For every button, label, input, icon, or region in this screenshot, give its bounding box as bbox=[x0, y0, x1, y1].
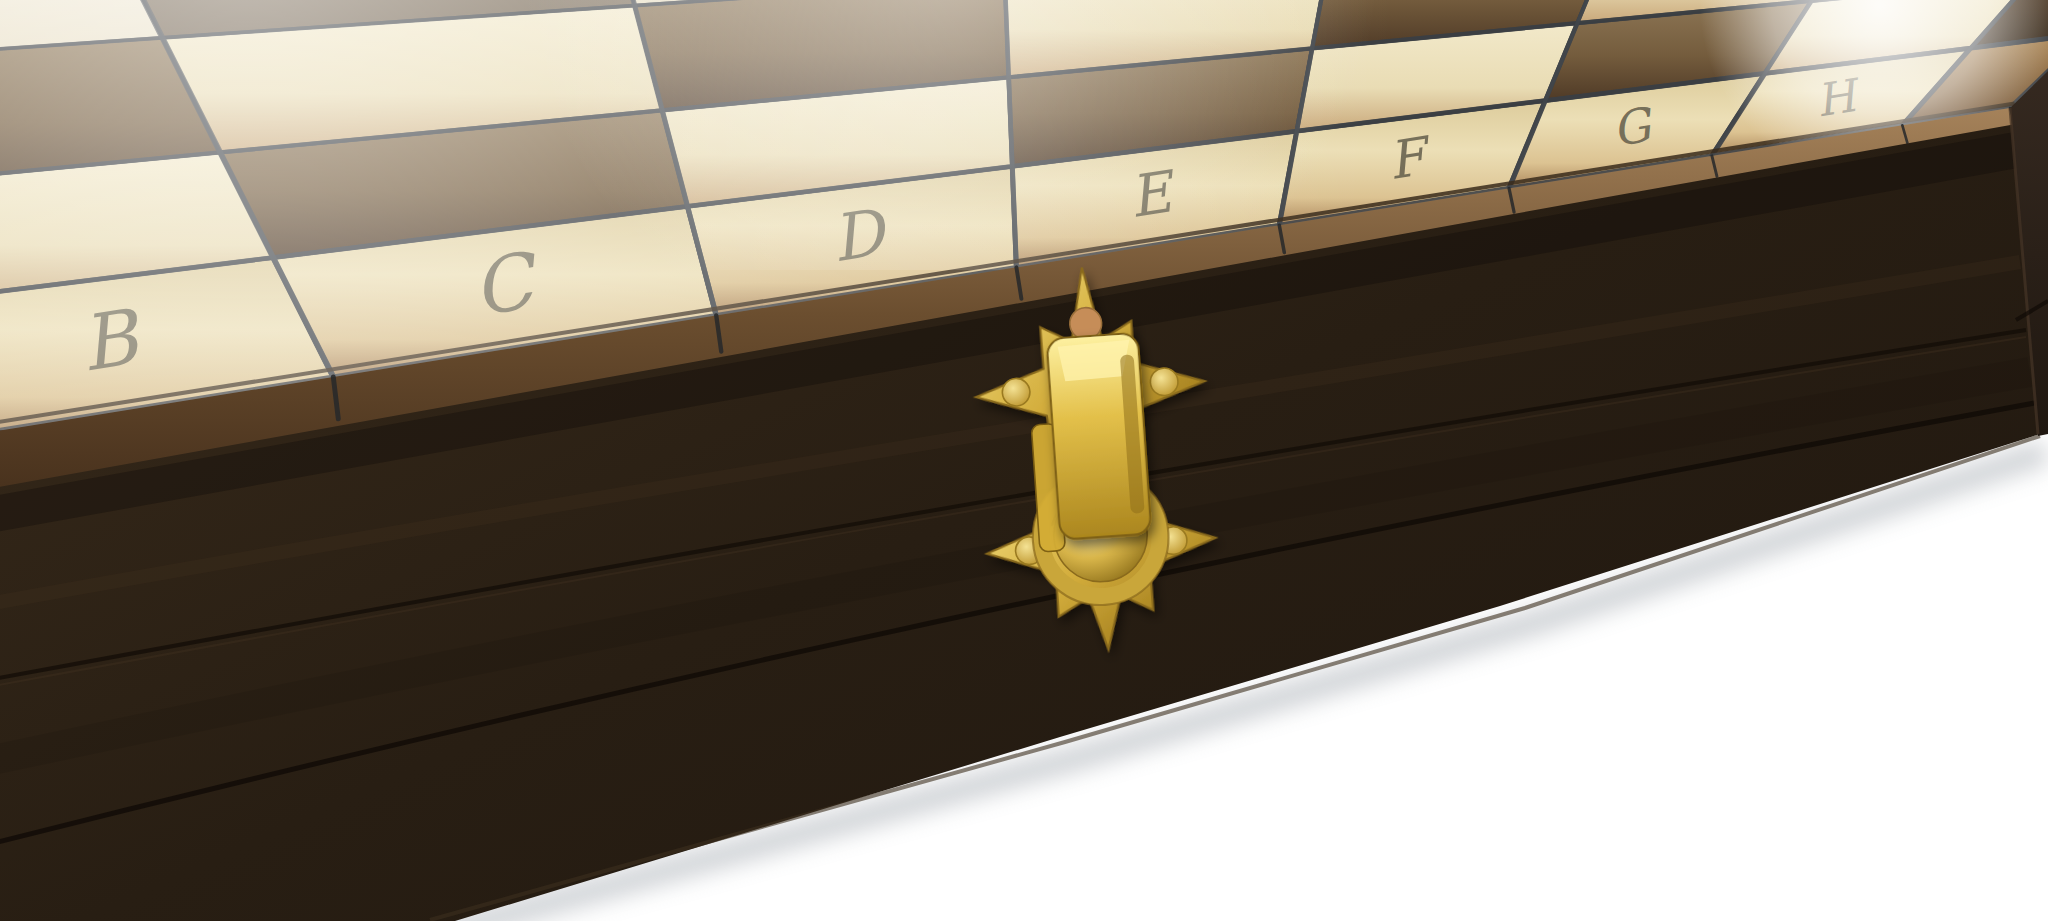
board-scene: ABCDEFGH bbox=[0, 0, 2048, 921]
chess-box-photo: ABCDEFGH Closed folding wooden chess cas… bbox=[0, 0, 2048, 921]
latch-rivet-right bbox=[1149, 367, 1178, 396]
latch-rivet-left bbox=[1001, 377, 1030, 406]
